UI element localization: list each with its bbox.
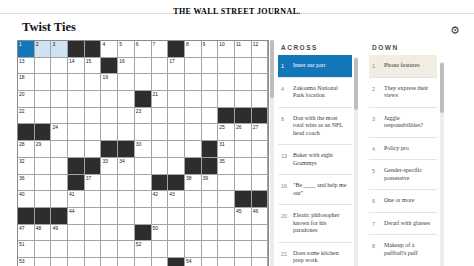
grid-cell-r8c11-black — [185, 158, 201, 174]
cell-number: 23 — [136, 108, 142, 114]
grid-cell-r11c9[interactable] — [152, 208, 168, 224]
grid-cell-r1c3[interactable]: 3 — [51, 41, 67, 57]
grid-cell-r11c2-black — [35, 208, 51, 224]
grid-cell-r9c2[interactable] — [35, 175, 51, 191]
clue-number: 6 — [372, 197, 380, 205]
grid-cell-r13c9[interactable] — [152, 241, 168, 257]
cell-number: 52 — [136, 241, 142, 247]
grid-cell-r14c1[interactable]: 53 — [18, 258, 34, 266]
grid-cell-r14c13[interactable] — [218, 258, 234, 266]
grid-cell-r14c9[interactable] — [152, 258, 168, 266]
grid-cell-r14c15[interactable] — [252, 258, 268, 266]
grid-cell-r5c4[interactable] — [68, 108, 84, 124]
grid-cell-r1c15[interactable]: 12 — [252, 41, 268, 57]
grid-cell-r10c15-black — [252, 191, 268, 207]
grid-cell-r1c10-black — [168, 41, 184, 57]
across-clue-1[interactable]: 1Inner ear part — [278, 55, 352, 77]
grid-cell-r3c15[interactable] — [252, 74, 268, 90]
clue-number: 21 — [281, 250, 289, 265]
grid-cell-r12c1[interactable]: 47 — [18, 225, 34, 241]
grid-cell-r1c7[interactable]: 5 — [118, 41, 134, 57]
cell-number: 50 — [153, 225, 159, 231]
grid-cell-r6c14[interactable]: 26 — [235, 124, 251, 140]
grid-cell-r14c3[interactable] — [51, 258, 67, 266]
cell-number: 36 — [19, 175, 25, 181]
grid-cell-r5c7[interactable] — [118, 108, 134, 124]
clue-text: One or more — [384, 197, 414, 205]
grid-cell-r9c15[interactable] — [252, 175, 268, 191]
grid-cell-r10c9[interactable]: 42 — [152, 191, 168, 207]
grid-cell-r3c2[interactable] — [35, 74, 51, 90]
grid-cell-r4c12[interactable] — [202, 91, 218, 107]
grid-cell-r5c3[interactable] — [51, 108, 67, 124]
grid-cell-r2c13[interactable] — [218, 58, 234, 74]
grid-cell-r6c11[interactable] — [185, 124, 201, 140]
clue-text: "Be ____ and help me out" — [293, 182, 349, 197]
grid-cell-r7c12-black — [202, 141, 218, 157]
clue-text: Does some kitchen prep work — [293, 250, 349, 265]
grid-cell-r1c8[interactable]: 6 — [135, 41, 151, 57]
grid-cell-r1c9[interactable]: 7 — [152, 41, 168, 57]
grid-cell-r9c13[interactable] — [218, 175, 234, 191]
grid-cell-r4c10[interactable] — [168, 91, 184, 107]
grid-cell-r11c11[interactable] — [185, 208, 201, 224]
grid-cell-r13c14[interactable] — [235, 241, 251, 257]
down-clue-3[interactable]: 3Juggle responsibilities? — [369, 107, 437, 137]
grid-cell-r5c6[interactable] — [101, 108, 117, 124]
crossword-grid: 1234567891011121314151617181920212223242… — [17, 40, 269, 266]
grid-cell-r9c6[interactable] — [101, 175, 117, 191]
grid-cell-r3c3[interactable] — [51, 74, 67, 90]
grid-cell-r14c12[interactable] — [202, 258, 218, 266]
grid-cell-r13c10[interactable] — [168, 241, 184, 257]
clue-number: 13 — [281, 152, 289, 167]
down-clue-6[interactable]: 6One or more — [369, 189, 437, 212]
grid-cell-r10c7[interactable] — [118, 191, 134, 207]
cell-number: 19 — [102, 74, 108, 80]
grid-cell-r1c1[interactable]: 1 — [18, 41, 34, 57]
clue-number: 4 — [372, 145, 380, 153]
grid-cell-r5c15-black — [252, 108, 268, 124]
clue-text: Baker with eight Grammys — [293, 152, 349, 167]
grid-cell-r5c11[interactable] — [185, 108, 201, 124]
cell-number: 34 — [119, 158, 125, 164]
puzzle-title: Twist Ties — [22, 20, 76, 35]
grid-scrollbar-thumb[interactable] — [270, 40, 274, 98]
cell-number: 30 — [136, 141, 142, 147]
cell-number: 18 — [19, 74, 25, 80]
grid-cell-r7c4[interactable] — [68, 141, 84, 157]
cell-number: 43 — [169, 191, 175, 197]
grid-cell-r7c1[interactable]: 28 — [18, 141, 34, 157]
grid-cell-r14c11[interactable]: 54 — [185, 258, 201, 266]
grid-cell-r8c1[interactable]: 32 — [18, 158, 34, 174]
grid-cell-r11c7[interactable] — [118, 208, 134, 224]
cell-number: 9 — [203, 41, 206, 47]
grid-cell-r1c12[interactable]: 9 — [202, 41, 218, 57]
grid-cell-r11c4[interactable]: 44 — [68, 208, 84, 224]
clue-number: 1 — [372, 62, 380, 70]
grid-cell-r11c15[interactable]: 46 — [252, 208, 268, 224]
grid-cell-r11c8[interactable] — [135, 208, 151, 224]
cell-number: 47 — [19, 225, 25, 231]
down-clue-2[interactable]: 2They express their views — [369, 77, 437, 107]
grid-cell-r11c13[interactable] — [218, 208, 234, 224]
down-scrollbar-thumb[interactable] — [440, 63, 444, 113]
grid-cell-r4c4[interactable] — [68, 91, 84, 107]
grid-cell-r2c5[interactable]: 15 — [85, 58, 101, 74]
grid-cell-r3c10[interactable] — [168, 74, 184, 90]
grid-cell-r10c11[interactable] — [185, 191, 201, 207]
grid-cell-r8c3[interactable] — [51, 158, 67, 174]
grid-cell-r10c12[interactable] — [202, 191, 218, 207]
across-clue-8[interactable]: 8Don with the most total wins as an NFL … — [278, 107, 352, 145]
grid-cell-r6c9[interactable] — [152, 124, 168, 140]
grid-cell-r7c6-black — [101, 141, 117, 157]
grid-cell-r2c8[interactable] — [135, 58, 151, 74]
grid-cell-r1c13[interactable]: 10 — [218, 41, 234, 57]
grid-cell-r8c15[interactable] — [252, 158, 268, 174]
grid-cell-r5c12[interactable] — [202, 108, 218, 124]
grid-cell-r11c5[interactable] — [85, 208, 101, 224]
grid-cell-r9c4-black — [68, 175, 84, 191]
grid-cell-r9c10-black — [168, 175, 184, 191]
cell-number: 51 — [19, 241, 25, 247]
cell-number: 27 — [253, 124, 259, 130]
grid-cell-r13c11[interactable] — [185, 241, 201, 257]
grid-cell-r2c4[interactable]: 14 — [68, 58, 84, 74]
grid-cell-r4c15[interactable] — [252, 91, 268, 107]
grid-cell-r8c5-black — [85, 158, 101, 174]
grid-cell-r3c14[interactable] — [235, 74, 251, 90]
grid-cell-r12c3[interactable]: 49 — [51, 225, 67, 241]
grid-cell-r4c5[interactable] — [85, 91, 101, 107]
crossword-grid-viewport: 1234567891011121314151617181920212223242… — [17, 40, 269, 266]
down-clue-7[interactable]: 7Dwarf with glasses — [369, 212, 437, 235]
grid-cell-r13c13[interactable] — [218, 241, 234, 257]
grid-cell-r12c11[interactable] — [185, 225, 201, 241]
grid-cell-r7c3[interactable] — [51, 141, 67, 157]
grid-cell-r2c6-black — [101, 58, 117, 74]
settings-gear-icon[interactable]: ⚙ — [450, 24, 460, 37]
down-clue-1[interactable]: 1Phone features — [369, 55, 437, 77]
grid-cell-r13c4[interactable] — [68, 241, 84, 257]
grid-cell-r10c13[interactable] — [218, 191, 234, 207]
clue-text: Eleatic philosopher known for his parado… — [293, 212, 349, 235]
grid-cell-r2c3[interactable] — [51, 58, 67, 74]
grid-cell-r1c6[interactable]: 4 — [101, 41, 117, 57]
down-clue-4[interactable]: 4Policy pro — [369, 137, 437, 160]
clue-number: 7 — [372, 220, 380, 228]
grid-cell-r11c6[interactable] — [101, 208, 117, 224]
grid-cell-r12c12[interactable] — [202, 225, 218, 241]
grid-cell-r5c5[interactable] — [85, 108, 101, 124]
grid-cell-r11c14[interactable]: 45 — [235, 208, 251, 224]
grid-cell-r14c8[interactable] — [135, 258, 151, 266]
cell-number: 24 — [52, 124, 58, 130]
grid-cell-r13c7[interactable] — [118, 241, 134, 257]
grid-cell-r4c2[interactable] — [35, 91, 51, 107]
clue-text: Policy pro — [384, 145, 409, 153]
grid-cell-r12c15[interactable] — [252, 225, 268, 241]
grid-cell-r9c8[interactable] — [135, 175, 151, 191]
down-clue-list: 1Phone features2They express their views… — [369, 55, 437, 264]
across-clue-list: 1Inner ear part4Zakouma National Park lo… — [278, 55, 352, 266]
grid-cell-r8c14[interactable] — [235, 158, 251, 174]
grid-cell-r12c8-black — [135, 225, 151, 241]
clue-number: 1 — [281, 62, 289, 70]
grid-cell-r13c12[interactable] — [202, 241, 218, 257]
grid-cell-r14c6[interactable] — [101, 258, 117, 266]
grid-cell-r8c13[interactable]: 35 — [218, 158, 234, 174]
grid-cell-r2c15[interactable] — [252, 58, 268, 74]
clue-number: 8 — [372, 242, 380, 257]
grid-cell-r2c12[interactable] — [202, 58, 218, 74]
grid-cell-r4c14[interactable] — [235, 91, 251, 107]
across-clue-16[interactable]: 16"Be ____ and help me out" — [278, 174, 352, 204]
grid-cell-r4c13[interactable] — [218, 91, 234, 107]
cell-number: 6 — [136, 41, 139, 47]
grid-cell-r8c10[interactable] — [168, 158, 184, 174]
cell-number: 35 — [219, 158, 225, 164]
grid-cell-r2c10[interactable]: 17 — [168, 58, 184, 74]
grid-cell-r13c15[interactable] — [252, 241, 268, 257]
grid-cell-r3c5[interactable] — [85, 74, 101, 90]
cell-number: 13 — [19, 58, 25, 64]
grid-cell-r7c13[interactable]: 31 — [218, 141, 234, 157]
masthead: THE WALL STREET JOURNAL. — [0, 0, 474, 14]
cell-number: 4 — [102, 41, 105, 47]
grid-cell-r9c1[interactable]: 36 — [18, 175, 34, 191]
across-scrollbar[interactable] — [354, 57, 358, 266]
grid-cell-r6c3[interactable]: 24 — [51, 124, 67, 140]
wsj-puzzle-page: THE WALL STREET JOURNAL. Twist Ties ⚙ 12… — [0, 0, 474, 266]
grid-cell-r14c5[interactable] — [85, 258, 101, 266]
grid-cell-r6c6[interactable] — [101, 124, 117, 140]
grid-cell-r7c15[interactable] — [252, 141, 268, 157]
grid-cell-r1c11[interactable]: 8 — [185, 41, 201, 57]
clue-number: 3 — [372, 115, 380, 130]
grid-cell-r12c6[interactable] — [101, 225, 117, 241]
grid-cell-r6c13[interactable]: 25 — [218, 124, 234, 140]
grid-cell-r10c4[interactable]: 41 — [68, 191, 84, 207]
cell-number: 5 — [119, 41, 122, 47]
grid-cell-r13c6[interactable] — [101, 241, 117, 257]
grid-cell-r3c1[interactable]: 18 — [18, 74, 34, 90]
grid-cell-r2c2[interactable] — [35, 58, 51, 74]
grid-cell-r3c7[interactable] — [118, 74, 134, 90]
grid-cell-r6c15[interactable]: 27 — [252, 124, 268, 140]
grid-cell-r2c11[interactable] — [185, 58, 201, 74]
grid-cell-r7c2[interactable]: 29 — [35, 141, 51, 157]
grid-cell-r10c8[interactable] — [135, 191, 151, 207]
grid-cell-r11c10[interactable] — [168, 208, 184, 224]
across-clue-20[interactable]: 20Eleatic philosopher known for his para… — [278, 204, 352, 242]
grid-cell-r13c5[interactable] — [85, 241, 101, 257]
grid-cell-r8c6[interactable]: 33 — [101, 158, 117, 174]
grid-cell-r10c6[interactable] — [101, 191, 117, 207]
grid-cell-r8c8[interactable] — [135, 158, 151, 174]
cell-number: 14 — [69, 58, 75, 64]
cell-number: 8 — [186, 41, 189, 47]
grid-scrollbar[interactable] — [270, 40, 274, 266]
grid-cell-r13c8[interactable]: 52 — [135, 241, 151, 257]
grid-cell-r10c5[interactable] — [85, 191, 101, 207]
grid-cell-r9c12[interactable]: 39 — [202, 175, 218, 191]
grid-cell-r7c10[interactable] — [168, 141, 184, 157]
down-clue-5[interactable]: 5Gender-specific possessive — [369, 159, 437, 189]
cell-number: 33 — [102, 158, 108, 164]
masthead-title: THE WALL STREET JOURNAL. — [173, 7, 301, 16]
grid-cell-r3c12[interactable] — [202, 74, 218, 90]
cell-number: 26 — [236, 124, 242, 130]
clue-text: Gender-specific possessive — [384, 167, 434, 182]
grid-cell-r8c7[interactable]: 34 — [118, 158, 134, 174]
down-scrollbar[interactable] — [440, 62, 444, 266]
grid-cell-r13c1[interactable]: 51 — [18, 241, 34, 257]
clue-text: Inner ear part — [293, 62, 325, 70]
grid-cell-r13c2[interactable] — [35, 241, 51, 257]
grid-cell-r6c12[interactable] — [202, 124, 218, 140]
grid-cell-r9c9-black — [152, 175, 168, 191]
grid-cell-r14c7[interactable] — [118, 258, 134, 266]
grid-cell-r3c8[interactable] — [135, 74, 151, 90]
grid-cell-r11c3-black — [51, 208, 67, 224]
grid-cell-r7c14[interactable] — [235, 141, 251, 157]
grid-cell-r9c14[interactable] — [235, 175, 251, 191]
grid-cell-r12c10[interactable] — [168, 225, 184, 241]
grid-cell-r10c2[interactable] — [35, 191, 51, 207]
grid-cell-r4c6[interactable] — [101, 91, 117, 107]
grid-cell-r8c12-black — [202, 158, 218, 174]
grid-cell-r14c4[interactable] — [68, 258, 84, 266]
grid-cell-r11c12[interactable] — [202, 208, 218, 224]
grid-cell-r2c9[interactable] — [152, 58, 168, 74]
cell-number: 11 — [236, 41, 241, 47]
cell-number: 42 — [153, 191, 159, 197]
grid-cell-r7c8[interactable]: 30 — [135, 141, 151, 157]
grid-cell-r4c9[interactable]: 21 — [152, 91, 168, 107]
grid-cell-r12c7[interactable] — [118, 225, 134, 241]
clue-text: Phone features — [384, 62, 420, 70]
cell-number: 16 — [119, 58, 125, 64]
grid-cell-r2c14[interactable] — [235, 58, 251, 74]
grid-cell-r9c5[interactable]: 37 — [85, 175, 101, 191]
cell-number: 48 — [36, 225, 42, 231]
grid-cell-r6c1-black — [18, 124, 34, 140]
grid-cell-r6c4[interactable] — [68, 124, 84, 140]
clue-text: Dwarf with glasses — [384, 220, 430, 228]
grid-cell-r10c14-black — [235, 191, 251, 207]
grid-cell-r13c3[interactable] — [51, 241, 67, 257]
cell-number: 40 — [19, 191, 25, 197]
grid-cell-r12c13[interactable] — [218, 225, 234, 241]
grid-cell-r1c5-black — [85, 41, 101, 57]
cell-number: 32 — [19, 158, 25, 164]
cell-number: 1 — [19, 41, 22, 47]
clue-text: Zakouma National Park location — [293, 85, 349, 100]
grid-cell-r5c1[interactable]: 22 — [18, 108, 34, 124]
grid-cell-r10c1[interactable]: 40 — [18, 191, 34, 207]
across-clues-panel: ACROSS 1Inner ear part4Zakouma National … — [278, 44, 352, 266]
down-header: DOWN — [372, 44, 437, 51]
grid-cell-r2c1[interactable]: 13 — [18, 58, 34, 74]
grid-cell-r6c7[interactable] — [118, 124, 134, 140]
grid-cell-r4c3[interactable] — [51, 91, 67, 107]
grid-cell-r3c11[interactable] — [185, 74, 201, 90]
grid-cell-r5c10[interactable] — [168, 108, 184, 124]
grid-cell-r6c10[interactable] — [168, 124, 184, 140]
grid-cell-r6c2-black — [35, 124, 51, 140]
grid-cell-r8c2[interactable] — [35, 158, 51, 174]
grid-cell-r5c8[interactable]: 23 — [135, 108, 151, 124]
grid-cell-r9c7[interactable] — [118, 175, 134, 191]
cell-number: 22 — [19, 108, 25, 114]
grid-cell-r10c10[interactable]: 43 — [168, 191, 184, 207]
grid-cell-r9c3[interactable] — [51, 175, 67, 191]
cell-number: 53 — [19, 258, 25, 264]
clue-number: 2 — [372, 85, 380, 100]
grid-cell-r14c14[interactable] — [235, 258, 251, 266]
grid-cell-r12c14[interactable] — [235, 225, 251, 241]
cell-number: 2 — [36, 41, 39, 47]
down-clue-8[interactable]: 8Makeup of a puffball's puff — [369, 234, 437, 264]
grid-cell-r4c7[interactable] — [118, 91, 134, 107]
grid-cell-r5c2[interactable] — [35, 108, 51, 124]
across-clue-4[interactable]: 4Zakouma National Park location — [278, 77, 352, 107]
grid-cell-r6c8[interactable] — [135, 124, 151, 140]
grid-cell-r8c4-black — [68, 158, 84, 174]
grid-cell-r4c1[interactable]: 20 — [18, 91, 34, 107]
grid-cell-r12c5[interactable] — [85, 225, 101, 241]
grid-cell-r12c2[interactable]: 48 — [35, 225, 51, 241]
clue-text: Don with the most total wins as an NFL h… — [293, 115, 349, 138]
grid-cell-r2c7[interactable]: 16 — [118, 58, 134, 74]
cell-number: 44 — [69, 208, 75, 214]
grid-cell-r3c13[interactable] — [218, 74, 234, 90]
grid-cell-r7c5[interactable] — [85, 141, 101, 157]
grid-cell-r1c4-black — [68, 41, 84, 57]
clue-number: 4 — [281, 85, 289, 100]
across-clue-13[interactable]: 13Baker with eight Grammys — [278, 144, 352, 174]
clue-text: Makeup of a puffball's puff — [384, 242, 434, 257]
grid-cell-r12c4[interactable] — [68, 225, 84, 241]
grid-cell-r4c11[interactable] — [185, 91, 201, 107]
grid-cell-r12c9[interactable]: 50 — [152, 225, 168, 241]
grid-cell-r7c11[interactable] — [185, 141, 201, 157]
grid-cell-r10c3[interactable] — [51, 191, 67, 207]
across-clue-21[interactable]: 21Does some kitchen prep work — [278, 242, 352, 266]
grid-cell-r1c2[interactable]: 2 — [35, 41, 51, 57]
grid-cell-r7c7-black — [118, 141, 134, 157]
across-scrollbar-thumb[interactable] — [354, 58, 358, 110]
grid-cell-r14c2[interactable] — [35, 258, 51, 266]
across-header: ACROSS — [281, 44, 352, 51]
grid-cell-r7c9[interactable] — [152, 141, 168, 157]
grid-cell-r1c14[interactable]: 11 — [235, 41, 251, 57]
clue-number: 8 — [281, 115, 289, 138]
grid-cell-r5c9[interactable] — [152, 108, 168, 124]
grid-cell-r6c5[interactable] — [85, 124, 101, 140]
grid-cell-r3c4[interactable] — [68, 74, 84, 90]
clue-number: 5 — [372, 167, 380, 182]
cell-number: 10 — [219, 41, 225, 47]
grid-cell-r3c9[interactable] — [152, 74, 168, 90]
grid-cell-r9c11[interactable]: 38 — [185, 175, 201, 191]
grid-cell-r3c6[interactable]: 19 — [101, 74, 117, 90]
grid-cell-r8c9[interactable] — [152, 158, 168, 174]
grid-cell-r5c13-black — [218, 108, 234, 124]
